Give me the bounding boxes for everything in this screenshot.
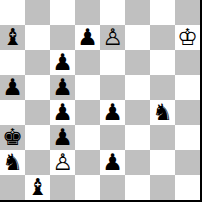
square-a8[interactable] [0,0,25,25]
black-bishop-piece[interactable]: ♝ [2,25,23,50]
square-c4[interactable]: ♟ [50,100,75,125]
black-king-piece[interactable]: ♚ [2,125,23,150]
white-pawn-piece[interactable]: ♙ [52,150,73,175]
square-c7[interactable] [50,25,75,50]
square-a2[interactable]: ♞ [0,150,25,175]
square-h3[interactable] [175,125,200,150]
square-h7[interactable]: ♔ [175,25,200,50]
square-d8[interactable] [75,0,100,25]
white-pawn-piece[interactable]: ♙ [102,25,123,50]
square-e6[interactable] [100,50,125,75]
square-f1[interactable] [125,175,150,200]
square-b4[interactable] [25,100,50,125]
square-b8[interactable] [25,0,50,25]
square-a6[interactable] [0,50,25,75]
square-b3[interactable] [25,125,50,150]
black-pawn-piece[interactable]: ♟ [2,75,23,100]
square-f5[interactable] [125,75,150,100]
square-h1[interactable] [175,175,200,200]
square-e7[interactable]: ♙ [100,25,125,50]
black-knight-piece[interactable]: ♞ [2,150,23,175]
square-d7[interactable]: ♟ [75,25,100,50]
white-king-piece[interactable]: ♔ [177,25,198,50]
square-f4[interactable] [125,100,150,125]
square-e8[interactable] [100,0,125,25]
square-a1[interactable] [0,175,25,200]
square-c1[interactable] [50,175,75,200]
square-b1[interactable]: ♝ [25,175,50,200]
square-g3[interactable] [150,125,175,150]
square-e4[interactable]: ♟ [100,100,125,125]
square-a4[interactable] [0,100,25,125]
square-g4[interactable]: ♞ [150,100,175,125]
square-h8[interactable] [175,0,200,25]
black-pawn-piece[interactable]: ♟ [52,75,73,100]
black-pawn-piece[interactable]: ♟ [102,150,123,175]
square-f7[interactable] [125,25,150,50]
black-bishop-piece[interactable]: ♝ [27,175,48,200]
square-c5[interactable]: ♟ [50,75,75,100]
square-b7[interactable] [25,25,50,50]
square-d2[interactable] [75,150,100,175]
square-h2[interactable] [175,150,200,175]
square-f8[interactable] [125,0,150,25]
square-c2[interactable]: ♙ [50,150,75,175]
square-c8[interactable] [50,0,75,25]
square-d1[interactable] [75,175,100,200]
square-d5[interactable] [75,75,100,100]
square-d6[interactable] [75,50,100,75]
black-pawn-piece[interactable]: ♟ [102,100,123,125]
square-e1[interactable] [100,175,125,200]
square-d3[interactable] [75,125,100,150]
square-b6[interactable] [25,50,50,75]
black-pawn-piece[interactable]: ♟ [52,50,73,75]
square-g5[interactable] [150,75,175,100]
black-pawn-piece[interactable]: ♟ [52,100,73,125]
square-h6[interactable] [175,50,200,75]
square-e3[interactable] [100,125,125,150]
square-h5[interactable] [175,75,200,100]
square-g8[interactable] [150,0,175,25]
square-a7[interactable]: ♝ [0,25,25,50]
black-pawn-piece[interactable]: ♟ [77,25,98,50]
square-c3[interactable]: ♟ [50,125,75,150]
square-b5[interactable] [25,75,50,100]
square-h4[interactable] [175,100,200,125]
square-d4[interactable] [75,100,100,125]
square-a5[interactable]: ♟ [0,75,25,100]
square-c6[interactable]: ♟ [50,50,75,75]
square-f3[interactable] [125,125,150,150]
black-knight-piece[interactable]: ♞ [152,100,173,125]
square-g2[interactable] [150,150,175,175]
square-e2[interactable]: ♟ [100,150,125,175]
square-g6[interactable] [150,50,175,75]
black-pawn-piece[interactable]: ♟ [52,125,73,150]
square-f2[interactable] [125,150,150,175]
square-a3[interactable]: ♚ [0,125,25,150]
square-f6[interactable] [125,50,150,75]
square-g1[interactable] [150,175,175,200]
square-b2[interactable] [25,150,50,175]
chess-board: ♝♟♙♔♟♟♟♟♟♞♚♟♞♙♟♝ [0,0,202,202]
square-e5[interactable] [100,75,125,100]
square-g7[interactable] [150,25,175,50]
